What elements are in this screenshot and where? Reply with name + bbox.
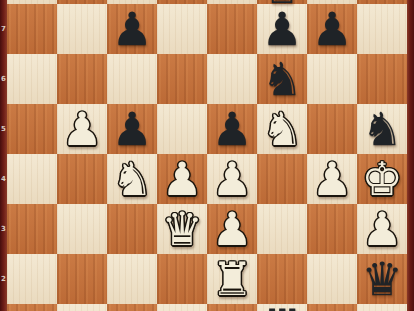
square-h4: ♚ (357, 154, 407, 204)
square-g3 (307, 204, 357, 254)
square-h2: ♛ (357, 254, 407, 304)
square-f5: ♞ (257, 104, 307, 154)
piece-black-pawn-f7: ♟ (261, 4, 302, 54)
piece-white-king-h4: ♚ (361, 154, 402, 204)
square-a2 (7, 254, 57, 304)
piece-black-pawn-c7: ♟ (111, 4, 152, 54)
piece-black-knight-h5: ♞ (361, 104, 402, 154)
piece-white-queen-d3: ♛ (161, 204, 202, 254)
square-b2 (57, 254, 107, 304)
square-g2 (307, 254, 357, 304)
square-c2 (107, 254, 157, 304)
square-e2: ♜ (207, 254, 257, 304)
square-d1 (157, 304, 207, 311)
square-a7 (7, 4, 57, 54)
square-g5 (307, 104, 357, 154)
square-g6 (307, 54, 357, 104)
piece-white-rook-e2: ♜ (211, 254, 252, 304)
square-h5: ♞ (357, 104, 407, 154)
piece-white-pawn-h3: ♟ (361, 204, 402, 254)
rank-label-5: 5 (0, 124, 7, 134)
square-d4: ♟ (157, 154, 207, 204)
square-g4: ♟ (307, 154, 357, 204)
board-frame-right (407, 0, 414, 311)
square-b5: ♟ (57, 104, 107, 154)
square-e6 (207, 54, 257, 104)
square-f3 (257, 204, 307, 254)
square-c4: ♞ (107, 154, 157, 204)
square-d6 (157, 54, 207, 104)
square-e7 (207, 4, 257, 54)
square-e4: ♟ (207, 154, 257, 204)
square-g7: ♟ (307, 4, 357, 54)
square-h3: ♟ (357, 204, 407, 254)
square-g1 (307, 304, 357, 311)
piece-black-pawn-g7: ♟ (311, 4, 352, 54)
square-f1: ♜ (257, 304, 307, 311)
chess-board-widget: ♚♟♟♟♞♟♟♟♞♞♞♟♟♟♚♛♟♟♜♛♜ 765432 (0, 0, 414, 311)
square-c5: ♟ (107, 104, 157, 154)
piece-black-queen-h2: ♛ (361, 254, 402, 304)
piece-white-pawn-b5: ♟ (61, 104, 102, 154)
square-a1 (7, 304, 57, 311)
square-b1 (57, 304, 107, 311)
square-c7: ♟ (107, 4, 157, 54)
square-c1 (107, 304, 157, 311)
chess-board: ♚♟♟♟♞♟♟♟♞♞♞♟♟♟♚♛♟♟♜♛♜ (7, 0, 407, 311)
square-e3: ♟ (207, 204, 257, 254)
square-d5 (157, 104, 207, 154)
square-d7 (157, 4, 207, 54)
board-frame-left: 765432 (0, 0, 7, 311)
square-c6 (107, 54, 157, 104)
square-h6 (357, 54, 407, 104)
square-a6 (7, 54, 57, 104)
square-b4 (57, 154, 107, 204)
rank-label-2: 2 (0, 274, 7, 284)
square-c3 (107, 204, 157, 254)
square-h7 (357, 4, 407, 54)
rank-label-3: 3 (0, 224, 7, 234)
piece-white-pawn-e4: ♟ (211, 154, 252, 204)
piece-black-pawn-c5: ♟ (111, 104, 152, 154)
piece-white-pawn-e3: ♟ (211, 204, 252, 254)
piece-white-pawn-g4: ♟ (311, 154, 352, 204)
piece-black-knight-f6: ♞ (261, 54, 302, 104)
square-d3: ♛ (157, 204, 207, 254)
square-e5: ♟ (207, 104, 257, 154)
piece-white-knight-c4: ♞ (111, 154, 152, 204)
square-a4 (7, 154, 57, 204)
rank-label-7: 7 (0, 24, 7, 34)
square-f7: ♟ (257, 4, 307, 54)
piece-black-pawn-e5: ♟ (211, 104, 252, 154)
rank-label-4: 4 (0, 174, 7, 184)
square-d2 (157, 254, 207, 304)
rank-label-6: 6 (0, 74, 7, 84)
square-f6: ♞ (257, 54, 307, 104)
square-f2 (257, 254, 307, 304)
square-f4 (257, 154, 307, 204)
square-b7 (57, 4, 107, 54)
square-a3 (7, 204, 57, 254)
square-b3 (57, 204, 107, 254)
square-a5 (7, 104, 57, 154)
square-b6 (57, 54, 107, 104)
piece-black-rook-f1: ♜ (261, 301, 302, 311)
piece-white-pawn-d4: ♟ (161, 154, 202, 204)
piece-white-knight-f5: ♞ (261, 104, 302, 154)
